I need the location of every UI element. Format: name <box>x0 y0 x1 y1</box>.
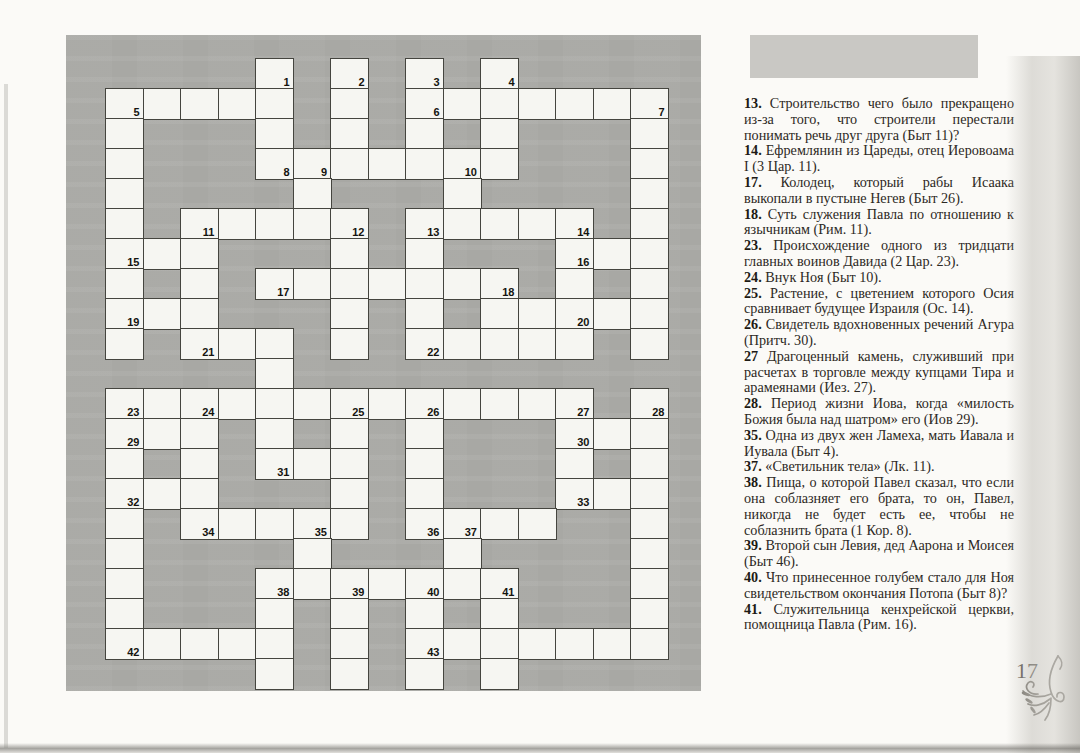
cell-number: 10 <box>465 167 477 178</box>
crossword-cell[interactable] <box>293 388 332 420</box>
crossword-cell[interactable]: 8 <box>255 148 294 180</box>
crossword-cell[interactable] <box>443 268 482 300</box>
crossword-cell[interactable] <box>630 208 669 240</box>
crossword-cell[interactable] <box>255 418 294 450</box>
page-edge-shadow-right <box>1006 56 1080 753</box>
cell-number: 4 <box>508 77 514 88</box>
crossword-cell[interactable] <box>480 508 519 540</box>
clue-number-label: 40. <box>744 569 762 585</box>
crossword-cell[interactable] <box>405 148 444 180</box>
cell-number: 25 <box>352 407 364 418</box>
crossword-cell[interactable]: 36 <box>405 508 444 540</box>
crossword-cell[interactable]: 38 <box>255 568 294 600</box>
clue-item: 41. Служительница кенхрейской церкви, по… <box>744 602 1014 634</box>
cell-number: 3 <box>433 77 439 88</box>
crossword-cell[interactable] <box>330 268 369 300</box>
cell-number: 19 <box>127 317 139 328</box>
crossword-cell[interactable]: 2 <box>330 58 369 90</box>
cell-number: 22 <box>427 347 439 358</box>
crossword-cell[interactable]: 20 <box>555 298 594 330</box>
clue-list: 13. Строительство чего было прекращено и… <box>744 96 1014 633</box>
cell-number: 1 <box>283 77 289 88</box>
cell-number: 6 <box>433 107 439 118</box>
crossword-cell[interactable] <box>330 418 369 450</box>
crossword-cell[interactable] <box>518 388 557 420</box>
crossword-cell[interactable]: 13 <box>405 208 444 240</box>
crossword-cell[interactable] <box>255 328 294 360</box>
crossword-cell[interactable] <box>630 178 669 210</box>
cell-number: 21 <box>202 347 214 358</box>
crossword-cell[interactable]: 1 <box>255 58 294 90</box>
clue-item: 23. Происхождение одного из тридцати гла… <box>744 238 1014 270</box>
crossword-cell[interactable] <box>630 268 669 300</box>
crossword-cell[interactable] <box>555 328 594 360</box>
crossword-cell[interactable] <box>255 388 294 420</box>
crossword-cell[interactable]: 26 <box>405 388 444 420</box>
crossword-cell[interactable] <box>255 88 294 120</box>
crossword-cell[interactable] <box>180 268 219 300</box>
cell-number: 23 <box>127 407 139 418</box>
crossword-cell[interactable] <box>405 268 444 300</box>
crossword-cell[interactable]: 23 <box>105 388 144 420</box>
crossword-cell[interactable] <box>480 598 519 630</box>
clue-item: 40. Что принесенное голубем стало для Но… <box>744 570 1014 602</box>
crossword-cell[interactable]: 43 <box>405 628 444 660</box>
crossword-cell[interactable]: 30 <box>555 418 594 450</box>
clue-number-label: 13. <box>744 95 762 111</box>
cell-number: 24 <box>202 407 214 418</box>
clue-item: 37. «Светильник тела» (Лк. 11). <box>744 459 1014 475</box>
crossword-cell[interactable] <box>368 268 407 300</box>
cell-number: 35 <box>315 527 327 538</box>
crossword-cell[interactable] <box>405 418 444 450</box>
clue-number-label: 17. <box>744 174 762 190</box>
crossword-cell[interactable]: 6 <box>405 88 444 120</box>
cell-number: 31 <box>277 467 289 478</box>
crossword-cell[interactable] <box>405 658 444 690</box>
clue-number-label: 14. <box>744 142 762 158</box>
crossword-cell[interactable]: 17 <box>255 268 294 300</box>
crossword-cell[interactable] <box>630 448 669 480</box>
crossword-cell[interactable] <box>105 538 144 570</box>
crossword-cell[interactable] <box>405 598 444 630</box>
clue-number-label: 39. <box>744 537 762 553</box>
scanned-book-page: { "game": "crossword", "page": { "number… <box>0 0 1080 753</box>
crossword-cell[interactable]: 31 <box>255 448 294 480</box>
cell-number: 20 <box>577 317 589 328</box>
crossword-cell[interactable] <box>443 178 482 210</box>
crossword-cell[interactable] <box>255 508 294 540</box>
clue-item: 26. Свидетель вдохновенных речений Агура… <box>744 317 1014 349</box>
crossword-cell[interactable] <box>630 328 669 360</box>
cell-number: 5 <box>133 107 139 118</box>
cell-number: 33 <box>577 497 589 508</box>
crossword-cell[interactable]: 32 <box>105 478 144 510</box>
cell-number: 36 <box>427 527 439 538</box>
cell-number: 41 <box>502 587 514 598</box>
cell-number: 37 <box>465 527 477 538</box>
crossword-cell[interactable] <box>630 148 669 180</box>
crossword-cell[interactable] <box>105 508 144 540</box>
crossword-cell[interactable] <box>180 298 219 330</box>
crossword-cell[interactable]: 11 <box>180 208 219 240</box>
crossword-cell[interactable]: 40 <box>405 568 444 600</box>
crossword-cell[interactable] <box>330 118 369 150</box>
crossword-cell[interactable] <box>518 508 557 540</box>
crossword-cell[interactable] <box>593 478 632 510</box>
crossword-cell[interactable] <box>593 238 632 270</box>
crossword-cell[interactable]: 37 <box>443 508 482 540</box>
crossword-cell[interactable]: 10 <box>443 148 482 180</box>
crossword-cell[interactable]: 18 <box>480 268 519 300</box>
crossword-cell[interactable] <box>330 238 369 270</box>
cell-number: 16 <box>577 257 589 268</box>
cell-number: 12 <box>352 227 364 238</box>
crossword-cell[interactable] <box>480 88 519 120</box>
clue-number-label: 23. <box>744 237 762 253</box>
clue-number-label: 38. <box>744 474 762 490</box>
crossword-cell[interactable] <box>443 208 482 240</box>
crossword-cell[interactable] <box>630 478 669 510</box>
crossword-cell[interactable] <box>405 118 444 150</box>
crossword-cell[interactable] <box>180 478 219 510</box>
crossword-cell[interactable] <box>330 88 369 120</box>
crossword-cell[interactable] <box>443 328 482 360</box>
crossword-cell[interactable]: 3 <box>405 58 444 90</box>
crossword-cell[interactable] <box>218 508 257 540</box>
crossword-cell[interactable] <box>480 628 519 660</box>
clue-item: 27 Драгоценный камень, служивший при рас… <box>744 349 1014 396</box>
crossword-cell[interactable] <box>443 388 482 420</box>
cell-number: 26 <box>427 407 439 418</box>
crossword-cell[interactable] <box>405 478 444 510</box>
header-bar <box>750 35 978 78</box>
cell-number: 8 <box>283 167 289 178</box>
crossword-cell[interactable]: 7 <box>630 88 669 120</box>
crossword-cell[interactable] <box>330 148 369 180</box>
crossword-cell[interactable] <box>555 268 594 300</box>
crossword-cell[interactable] <box>255 628 294 660</box>
crossword-cell[interactable]: 35 <box>293 508 332 540</box>
cell-number: 40 <box>427 587 439 598</box>
crossword-cell[interactable] <box>330 628 369 660</box>
cell-number: 9 <box>321 167 327 178</box>
crossword-cell[interactable] <box>630 628 669 660</box>
crossword-cell[interactable] <box>368 388 407 420</box>
clue-item: 25. Растение, с цветением которого Осия … <box>744 286 1014 318</box>
crossword-cell[interactable] <box>143 478 182 510</box>
crossword-cell[interactable] <box>480 388 519 420</box>
cell-number: 11 <box>203 227 215 238</box>
crossword-cell[interactable] <box>518 88 557 120</box>
clue-number-label: 41. <box>744 601 762 617</box>
crossword-cell[interactable] <box>480 208 519 240</box>
crossword-cell[interactable] <box>480 148 519 180</box>
crossword-cell[interactable] <box>105 178 144 210</box>
crossword-cell[interactable] <box>255 598 294 630</box>
crossword-cell[interactable]: 21 <box>180 328 219 360</box>
crossword-cell[interactable] <box>218 208 257 240</box>
crossword-cell[interactable] <box>630 508 669 540</box>
crossword-cell[interactable]: 12 <box>330 208 369 240</box>
crossword-cell[interactable] <box>330 508 369 540</box>
crossword-cell[interactable] <box>555 448 594 480</box>
clue-item: 13. Строительство чего было прекращено и… <box>744 96 1014 143</box>
crossword-cell[interactable] <box>143 628 182 660</box>
crossword-cell[interactable] <box>405 448 444 480</box>
crossword-cell[interactable] <box>180 238 219 270</box>
crossword-cell[interactable] <box>143 388 182 420</box>
crossword-cell[interactable]: 34 <box>180 508 219 540</box>
crossword-cell[interactable]: 16 <box>555 238 594 270</box>
crossword-cell[interactable] <box>555 628 594 660</box>
crossword-cell[interactable] <box>293 568 332 600</box>
clue-item: 17. Колодец, который рабы Исаака выкопал… <box>744 175 1014 207</box>
clue-item: 35. Одна из двух жен Ламеха, мать Иавала… <box>744 428 1014 460</box>
crossword-cell[interactable] <box>255 208 294 240</box>
crossword-cell[interactable] <box>630 568 669 600</box>
crossword-cell[interactable] <box>443 88 482 120</box>
crossword-cell[interactable] <box>293 538 332 570</box>
crossword-cell[interactable] <box>105 268 144 300</box>
crossword-cell[interactable] <box>105 328 144 360</box>
crossword-cell[interactable]: 4 <box>480 58 519 90</box>
crossword-cell[interactable] <box>180 628 219 660</box>
crossword-cell[interactable] <box>368 568 407 600</box>
crossword-cell[interactable] <box>630 298 669 330</box>
crossword-cell[interactable] <box>630 538 669 570</box>
crossword-cell[interactable] <box>630 598 669 630</box>
page-edge-shadow-left <box>4 84 8 748</box>
crossword-cell[interactable] <box>105 598 144 630</box>
crossword-cell[interactable]: 28 <box>630 388 669 420</box>
crossword-cell[interactable] <box>593 628 632 660</box>
clue-number-label: 27 <box>744 348 758 364</box>
crossword-cell[interactable] <box>218 88 257 120</box>
crossword-cell[interactable] <box>143 298 182 330</box>
crossword-cell[interactable] <box>480 118 519 150</box>
crossword-cell[interactable] <box>293 448 332 480</box>
crossword-cell[interactable] <box>593 418 632 450</box>
cell-number: 27 <box>577 407 589 418</box>
crossword-cell[interactable]: 15 <box>105 238 144 270</box>
crossword-cell[interactable] <box>593 88 632 120</box>
crossword-cell[interactable] <box>218 328 257 360</box>
cell-number: 15 <box>127 257 139 268</box>
clue-number-label: 25. <box>744 285 762 301</box>
cell-number: 29 <box>127 437 139 448</box>
crossword-cell[interactable] <box>255 658 294 690</box>
crossword-cell[interactable]: 29 <box>105 418 144 450</box>
clue-item: 28. Период жизни Иова, когда «милость Бо… <box>744 396 1014 428</box>
cell-number: 7 <box>658 107 664 118</box>
crossword-cell[interactable] <box>105 448 144 480</box>
page-edge-shadow-bottom <box>0 743 1080 753</box>
crossword-cell[interactable] <box>518 328 557 360</box>
crossword-cell[interactable] <box>180 448 219 480</box>
clue-item: 24. Внук Ноя (Быт 10). <box>744 270 1014 286</box>
crossword-cell[interactable] <box>105 568 144 600</box>
crossword-cell[interactable] <box>443 568 482 600</box>
crossword-cell[interactable] <box>480 328 519 360</box>
clue-number-label: 28. <box>744 395 762 411</box>
cell-number: 42 <box>127 647 139 658</box>
crossword-cell[interactable]: 5 <box>105 88 144 120</box>
crossword-board: 1234567891011121314151617181920212223242… <box>66 35 701 691</box>
crossword-cell[interactable]: 24 <box>180 388 219 420</box>
crossword-cell[interactable] <box>218 388 257 420</box>
crossword-cell[interactable] <box>105 208 144 240</box>
crossword-cell[interactable] <box>405 298 444 330</box>
crossword-cell[interactable] <box>180 88 219 120</box>
crossword-cell[interactable] <box>330 448 369 480</box>
clue-number-label: 24. <box>744 269 762 285</box>
crossword-cell[interactable]: 19 <box>105 298 144 330</box>
crossword-cell[interactable] <box>480 298 519 330</box>
crossword-cell[interactable] <box>105 118 144 150</box>
crossword-cell[interactable] <box>180 418 219 450</box>
cell-number: 14 <box>577 227 589 238</box>
clue-item: 38. Пища, о которой Павел сказал, что ес… <box>744 475 1014 538</box>
crossword-cell[interactable]: 25 <box>330 388 369 420</box>
cell-number: 28 <box>652 407 664 418</box>
cell-number: 17 <box>277 287 289 298</box>
crossword-cell[interactable]: 22 <box>405 328 444 360</box>
crossword-cell[interactable] <box>368 148 407 180</box>
crossword-cell[interactable]: 9 <box>293 148 332 180</box>
crossword-cell[interactable] <box>330 598 369 630</box>
crossword-cell[interactable] <box>143 418 182 450</box>
crossword-cell[interactable] <box>330 658 369 690</box>
crossword-cell[interactable] <box>105 148 144 180</box>
clue-item: 39. Второй сын Левия, дед Аарона и Моисе… <box>744 538 1014 570</box>
crossword-cell[interactable] <box>143 238 182 270</box>
clue-number-label: 18. <box>744 206 762 222</box>
cell-number: 2 <box>358 77 364 88</box>
clue-item: 14. Ефремлянин из Цареды, отец Иеровоама… <box>744 143 1014 175</box>
crossword-cell[interactable] <box>518 208 557 240</box>
crossword-cell[interactable] <box>630 418 669 450</box>
cell-number: 13 <box>427 227 439 238</box>
crossword-cell[interactable]: 33 <box>555 478 594 510</box>
crossword-cell[interactable] <box>630 118 669 150</box>
crossword-cell[interactable] <box>593 298 632 330</box>
crossword-cell[interactable] <box>443 628 482 660</box>
clue-number-label: 37. <box>744 458 762 474</box>
crossword-cell[interactable] <box>555 88 594 120</box>
crossword-cell[interactable] <box>518 298 557 330</box>
crossword-cell[interactable] <box>255 118 294 150</box>
crossword-cell[interactable] <box>218 628 257 660</box>
crossword-cell[interactable] <box>443 538 482 570</box>
cell-number: 39 <box>352 587 364 598</box>
crossword-cell[interactable] <box>480 658 519 690</box>
cell-number: 32 <box>127 497 139 508</box>
crossword-cell[interactable] <box>518 628 557 660</box>
crossword-cell[interactable]: 27 <box>555 388 594 420</box>
cell-number: 43 <box>427 647 439 658</box>
clue-number-label: 26. <box>744 316 762 332</box>
clue-number-label: 35. <box>744 427 762 443</box>
crossword-cell[interactable] <box>330 298 369 330</box>
crossword-cell[interactable] <box>330 328 369 360</box>
crossword-cell[interactable]: 14 <box>555 208 594 240</box>
cell-number: 18 <box>502 287 514 298</box>
crossword-cell[interactable]: 39 <box>330 568 369 600</box>
cell-number: 38 <box>277 587 289 598</box>
crossword-cell[interactable] <box>330 478 369 510</box>
crossword-cell[interactable] <box>630 238 669 270</box>
crossword-cell[interactable] <box>293 208 332 240</box>
clue-item: 18. Суть служения Павла по отношению к я… <box>744 207 1014 239</box>
crossword-cell[interactable] <box>405 238 444 270</box>
cell-number: 34 <box>202 527 214 538</box>
crossword-cell[interactable]: 42 <box>105 628 144 660</box>
crossword-cell[interactable] <box>143 88 182 120</box>
crossword-cell[interactable] <box>293 178 332 210</box>
cell-number: 30 <box>577 437 589 448</box>
crossword-cell[interactable] <box>293 268 332 300</box>
crossword-cell[interactable] <box>255 358 294 390</box>
crossword-cell[interactable]: 41 <box>480 568 519 600</box>
